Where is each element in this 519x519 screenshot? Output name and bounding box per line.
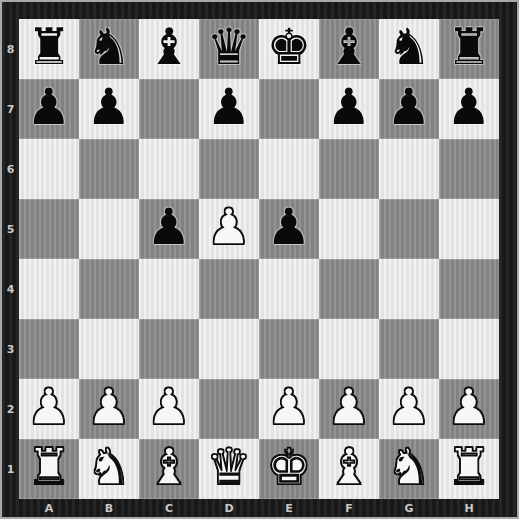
square-g2[interactable]: ♟: [379, 379, 439, 439]
square-g4[interactable]: [379, 259, 439, 319]
piece-bR-a8: ♜: [27, 17, 72, 77]
piece-wK-e1: ♚: [267, 437, 312, 497]
square-f8[interactable]: ♝: [319, 19, 379, 79]
piece-wP-a2: ♟: [27, 377, 72, 437]
square-h4[interactable]: [439, 259, 499, 319]
square-e3[interactable]: [259, 319, 319, 379]
piece-wP-b2: ♟: [87, 377, 132, 437]
square-d5[interactable]: ♟: [199, 199, 259, 259]
piece-bQ-d8: ♛: [207, 17, 252, 77]
square-a7[interactable]: ♟: [19, 79, 79, 139]
square-h3[interactable]: [439, 319, 499, 379]
square-d3[interactable]: [199, 319, 259, 379]
file-label-g: G: [379, 499, 439, 517]
square-a2[interactable]: ♟: [19, 379, 79, 439]
piece-bN-g8: ♞: [387, 17, 432, 77]
square-e6[interactable]: [259, 139, 319, 199]
file-label-b: B: [79, 499, 139, 517]
square-c2[interactable]: ♟: [139, 379, 199, 439]
rank-label-5: 5: [2, 199, 19, 259]
square-f7[interactable]: ♟: [319, 79, 379, 139]
file-label-f: F: [319, 499, 379, 517]
square-e2[interactable]: ♟: [259, 379, 319, 439]
square-a5[interactable]: [19, 199, 79, 259]
piece-wP-c2: ♟: [147, 377, 192, 437]
square-c4[interactable]: [139, 259, 199, 319]
square-h7[interactable]: ♟: [439, 79, 499, 139]
square-b2[interactable]: ♟: [79, 379, 139, 439]
square-a1[interactable]: ♜: [19, 439, 79, 499]
square-h2[interactable]: ♟: [439, 379, 499, 439]
piece-wP-d5: ♟: [207, 197, 252, 257]
square-g7[interactable]: ♟: [379, 79, 439, 139]
square-c3[interactable]: [139, 319, 199, 379]
square-b6[interactable]: [79, 139, 139, 199]
square-a8[interactable]: ♜: [19, 19, 79, 79]
square-b5[interactable]: [79, 199, 139, 259]
piece-bP-b7: ♟: [87, 77, 132, 137]
square-b7[interactable]: ♟: [79, 79, 139, 139]
piece-wB-f1: ♝: [327, 437, 372, 497]
square-b3[interactable]: [79, 319, 139, 379]
square-f4[interactable]: [319, 259, 379, 319]
square-a6[interactable]: [19, 139, 79, 199]
square-e1[interactable]: ♚: [259, 439, 319, 499]
file-label-e: E: [259, 499, 319, 517]
square-g5[interactable]: [379, 199, 439, 259]
rank-labels: 87654321: [2, 19, 19, 499]
piece-bP-f7: ♟: [327, 77, 372, 137]
square-h8[interactable]: ♜: [439, 19, 499, 79]
rank-label-8: 8: [2, 19, 19, 79]
square-f3[interactable]: [319, 319, 379, 379]
file-label-c: C: [139, 499, 199, 517]
piece-wP-e2: ♟: [267, 377, 312, 437]
square-d8[interactable]: ♛: [199, 19, 259, 79]
piece-wP-g2: ♟: [387, 377, 432, 437]
file-label-a: A: [19, 499, 79, 517]
piece-bP-d7: ♟: [207, 77, 252, 137]
square-b1[interactable]: ♞: [79, 439, 139, 499]
piece-wP-f2: ♟: [327, 377, 372, 437]
square-g6[interactable]: [379, 139, 439, 199]
square-c5[interactable]: ♟: [139, 199, 199, 259]
square-f5[interactable]: [319, 199, 379, 259]
piece-bP-g7: ♟: [387, 77, 432, 137]
piece-wQ-d1: ♛: [207, 437, 252, 497]
piece-bN-b8: ♞: [87, 17, 132, 77]
piece-bP-e5: ♟: [267, 197, 312, 257]
piece-bR-h8: ♜: [447, 17, 492, 77]
chess-board-diagram: 87654321 ♜♞♝♛♚♝♞♜♟♟♟♟♟♟♟♟♟♟♟♟♟♟♟♟♜♞♝♛♚♝♞…: [0, 0, 519, 519]
rank-label-4: 4: [2, 259, 19, 319]
square-f6[interactable]: [319, 139, 379, 199]
square-d4[interactable]: [199, 259, 259, 319]
square-b8[interactable]: ♞: [79, 19, 139, 79]
square-c8[interactable]: ♝: [139, 19, 199, 79]
square-a4[interactable]: [19, 259, 79, 319]
piece-wN-g1: ♞: [387, 437, 432, 497]
piece-wR-h1: ♜: [447, 437, 492, 497]
rank-label-7: 7: [2, 79, 19, 139]
rank-label-2: 2: [2, 379, 19, 439]
piece-bP-h7: ♟: [447, 77, 492, 137]
piece-bB-f8: ♝: [327, 17, 372, 77]
square-e5[interactable]: ♟: [259, 199, 319, 259]
file-label-h: H: [439, 499, 499, 517]
file-label-d: D: [199, 499, 259, 517]
rank-label-6: 6: [2, 139, 19, 199]
square-d7[interactable]: ♟: [199, 79, 259, 139]
rank-label-1: 1: [2, 439, 19, 499]
square-e4[interactable]: [259, 259, 319, 319]
piece-wP-h2: ♟: [447, 377, 492, 437]
piece-bP-c5: ♟: [147, 197, 192, 257]
rank-label-3: 3: [2, 319, 19, 379]
square-b4[interactable]: [79, 259, 139, 319]
piece-wR-a1: ♜: [27, 437, 72, 497]
file-labels: ABCDEFGH: [19, 499, 499, 517]
piece-bK-e8: ♚: [267, 17, 312, 77]
piece-wB-c1: ♝: [147, 437, 192, 497]
square-h6[interactable]: [439, 139, 499, 199]
square-d2[interactable]: [199, 379, 259, 439]
piece-wN-b1: ♞: [87, 437, 132, 497]
square-g3[interactable]: [379, 319, 439, 379]
square-d1[interactable]: ♛: [199, 439, 259, 499]
square-c7[interactable]: [139, 79, 199, 139]
square-f1[interactable]: ♝: [319, 439, 379, 499]
square-h5[interactable]: [439, 199, 499, 259]
square-c6[interactable]: [139, 139, 199, 199]
square-g1[interactable]: ♞: [379, 439, 439, 499]
square-g8[interactable]: ♞: [379, 19, 439, 79]
square-c1[interactable]: ♝: [139, 439, 199, 499]
square-e8[interactable]: ♚: [259, 19, 319, 79]
chess-board: ♜♞♝♛♚♝♞♜♟♟♟♟♟♟♟♟♟♟♟♟♟♟♟♟♜♞♝♛♚♝♞♜: [19, 19, 499, 499]
square-d6[interactable]: [199, 139, 259, 199]
square-e7[interactable]: [259, 79, 319, 139]
piece-bP-a7: ♟: [27, 77, 72, 137]
square-h1[interactable]: ♜: [439, 439, 499, 499]
square-f2[interactable]: ♟: [319, 379, 379, 439]
square-a3[interactable]: [19, 319, 79, 379]
piece-bB-c8: ♝: [147, 17, 192, 77]
